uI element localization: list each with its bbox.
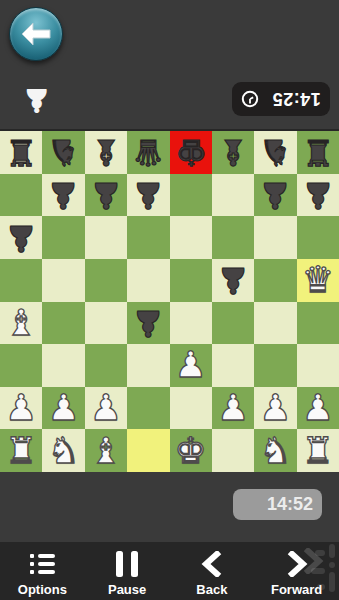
black-knight[interactable]: ♞ — [47, 134, 79, 170]
square-d4[interactable]: ♟ — [127, 302, 169, 345]
square-f5[interactable]: ♟ — [212, 259, 254, 302]
forward-move-button[interactable]: Forward — [254, 542, 339, 600]
square-h2[interactable]: ♟ — [297, 387, 339, 430]
white-rook[interactable]: ♜ — [302, 433, 334, 469]
square-f3[interactable] — [212, 344, 254, 387]
pause-button[interactable]: Pause — [85, 542, 170, 600]
square-f8[interactable]: ♝ — [212, 131, 254, 174]
square-c4[interactable] — [85, 302, 127, 345]
back-move-label: Back — [196, 582, 227, 597]
white-pawn[interactable]: ♟ — [90, 390, 122, 426]
black-pawn[interactable]: ♟ — [47, 177, 79, 213]
white-pawn[interactable]: ♟ — [175, 347, 207, 383]
square-a7[interactable] — [0, 174, 42, 217]
chess-app-screen: ♟ 14:25 ♜♞♝♛♚♝♞♜♟♟♟♟♟♟♟♛♝♟♟♟♟♟♟♟♟♜♞♝♚♞♜ … — [0, 0, 339, 600]
forward-move-label: Forward — [271, 582, 322, 597]
black-king[interactable]: ♚ — [175, 134, 207, 170]
pause-label: Pause — [108, 582, 146, 597]
square-b5[interactable] — [42, 259, 84, 302]
square-f1[interactable] — [212, 429, 254, 472]
chevron-right-icon — [286, 551, 308, 577]
square-b8[interactable]: ♞ — [42, 131, 84, 174]
square-c3[interactable] — [85, 344, 127, 387]
square-b2[interactable]: ♟ — [42, 387, 84, 430]
square-a3[interactable] — [0, 344, 42, 387]
square-g3[interactable] — [254, 344, 296, 387]
square-h1[interactable]: ♜ — [297, 429, 339, 472]
square-b1[interactable]: ♞ — [42, 429, 84, 472]
square-b7[interactable]: ♟ — [42, 174, 84, 217]
square-e2[interactable] — [170, 387, 212, 430]
square-g8[interactable]: ♞ — [254, 131, 296, 174]
white-queen[interactable]: ♛ — [302, 262, 334, 298]
square-b6[interactable] — [42, 216, 84, 259]
opponent-clock-time: 14:25 — [272, 89, 321, 110]
bottom-toolbar: Options Pause Back — [0, 542, 339, 600]
white-pawn[interactable]: ♟ — [302, 390, 334, 426]
black-pawn[interactable]: ♟ — [132, 177, 164, 213]
list-options-icon — [30, 551, 55, 577]
white-pawn[interactable]: ♟ — [47, 390, 79, 426]
opponent-pawn-icon: ♟ — [22, 78, 52, 122]
square-d8[interactable]: ♛ — [127, 131, 169, 174]
white-rook[interactable]: ♜ — [5, 433, 37, 469]
square-g5[interactable] — [254, 259, 296, 302]
clock-icon — [241, 90, 259, 108]
black-bishop[interactable]: ♝ — [217, 134, 249, 170]
square-g7[interactable]: ♟ — [254, 174, 296, 217]
square-c6[interactable] — [85, 216, 127, 259]
black-pawn[interactable]: ♟ — [90, 177, 122, 213]
square-h3[interactable] — [297, 344, 339, 387]
options-button[interactable]: Options — [0, 542, 85, 600]
square-c1[interactable]: ♝ — [85, 429, 127, 472]
square-g6[interactable] — [254, 216, 296, 259]
square-a2[interactable]: ♟ — [0, 387, 42, 430]
square-d6[interactable] — [127, 216, 169, 259]
square-e5[interactable] — [170, 259, 212, 302]
white-knight[interactable]: ♞ — [259, 433, 291, 469]
square-a6[interactable]: ♟ — [0, 216, 42, 259]
square-a8[interactable]: ♜ — [0, 131, 42, 174]
square-h6[interactable] — [297, 216, 339, 259]
square-c2[interactable]: ♟ — [85, 387, 127, 430]
square-f7[interactable] — [212, 174, 254, 217]
square-h4[interactable] — [297, 302, 339, 345]
square-g1[interactable]: ♞ — [254, 429, 296, 472]
player-clock: 14:52 — [233, 489, 322, 520]
square-g4[interactable] — [254, 302, 296, 345]
opponent-player-row: ♟ 14:25 — [0, 76, 339, 124]
white-pawn[interactable]: ♟ — [217, 390, 249, 426]
square-e8[interactable]: ♚ — [170, 131, 212, 174]
black-queen[interactable]: ♛ — [132, 134, 164, 170]
square-f4[interactable] — [212, 302, 254, 345]
square-a1[interactable]: ♜ — [0, 429, 42, 472]
black-knight[interactable]: ♞ — [259, 134, 291, 170]
black-rook[interactable]: ♜ — [5, 134, 37, 170]
square-b4[interactable] — [42, 302, 84, 345]
black-pawn[interactable]: ♟ — [259, 177, 291, 213]
black-pawn[interactable]: ♟ — [302, 177, 334, 213]
opponent-clock: 14:25 — [232, 82, 330, 116]
square-c5[interactable] — [85, 259, 127, 302]
black-bishop[interactable]: ♝ — [90, 134, 122, 170]
options-label: Options — [18, 582, 67, 597]
square-h5[interactable]: ♛ — [297, 259, 339, 302]
player-clock-time: 14:52 — [267, 494, 313, 515]
square-a5[interactable] — [0, 259, 42, 302]
white-pawn[interactable]: ♟ — [5, 390, 37, 426]
square-d5[interactable] — [127, 259, 169, 302]
white-pawn[interactable]: ♟ — [259, 390, 291, 426]
chess-board[interactable]: ♜♞♝♛♚♝♞♜♟♟♟♟♟♟♟♛♝♟♟♟♟♟♟♟♟♜♞♝♚♞♜ — [0, 129, 339, 472]
back-button[interactable] — [9, 7, 63, 61]
square-d2[interactable] — [127, 387, 169, 430]
square-e1[interactable]: ♚ — [170, 429, 212, 472]
square-d7[interactable]: ♟ — [127, 174, 169, 217]
square-d3[interactable] — [127, 344, 169, 387]
square-f2[interactable]: ♟ — [212, 387, 254, 430]
square-e6[interactable] — [170, 216, 212, 259]
square-d1[interactable] — [127, 429, 169, 472]
square-e7[interactable] — [170, 174, 212, 217]
square-f6[interactable] — [212, 216, 254, 259]
white-bishop[interactable]: ♝ — [5, 305, 37, 341]
black-pawn[interactable]: ♟ — [217, 262, 249, 298]
black-pawn[interactable]: ♟ — [132, 305, 164, 341]
square-h8[interactable]: ♜ — [297, 131, 339, 174]
arrow-left-icon — [20, 22, 52, 46]
chevron-left-icon — [201, 551, 223, 577]
square-c7[interactable]: ♟ — [85, 174, 127, 217]
square-h7[interactable]: ♟ — [297, 174, 339, 217]
white-king[interactable]: ♚ — [175, 433, 207, 469]
white-bishop[interactable]: ♝ — [90, 433, 122, 469]
black-rook[interactable]: ♜ — [302, 134, 334, 170]
square-a4[interactable]: ♝ — [0, 302, 42, 345]
white-knight[interactable]: ♞ — [47, 433, 79, 469]
square-c8[interactable]: ♝ — [85, 131, 127, 174]
black-pawn[interactable]: ♟ — [5, 220, 37, 256]
square-g2[interactable]: ♟ — [254, 387, 296, 430]
square-e3[interactable]: ♟ — [170, 344, 212, 387]
square-b3[interactable] — [42, 344, 84, 387]
pause-icon — [116, 551, 138, 577]
square-e4[interactable] — [170, 302, 212, 345]
back-move-button[interactable]: Back — [170, 542, 255, 600]
